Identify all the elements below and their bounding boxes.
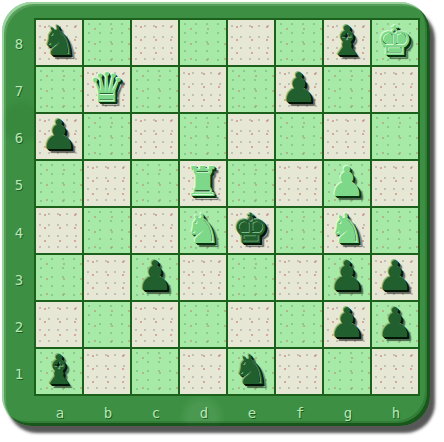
square-h2[interactable]: ♟	[372, 302, 418, 347]
square-e4[interactable]: ♚	[228, 208, 274, 253]
square-d8[interactable]	[180, 20, 226, 65]
square-f2[interactable]	[276, 302, 322, 347]
square-b2[interactable]	[84, 302, 130, 347]
square-g2[interactable]: ♟	[324, 302, 370, 347]
square-e7[interactable]	[228, 67, 274, 112]
square-a7[interactable]	[36, 67, 82, 112]
square-f1[interactable]	[276, 349, 322, 394]
square-h6[interactable]	[372, 114, 418, 159]
rank-label-5: 5	[6, 162, 32, 209]
square-g7[interactable]	[324, 67, 370, 112]
rank-label-8: 8	[6, 20, 32, 67]
black-pawn-icon: ♟	[137, 256, 174, 297]
square-h8[interactable]: ♚	[372, 20, 418, 65]
square-a6[interactable]: ♟	[36, 114, 82, 159]
black-pawn-icon: ♟	[329, 256, 366, 297]
square-e1[interactable]: ♞	[228, 349, 274, 394]
square-b4[interactable]	[84, 208, 130, 253]
square-f7[interactable]: ♟	[276, 67, 322, 112]
rank-label-2: 2	[6, 304, 32, 351]
square-f3[interactable]	[276, 255, 322, 300]
rank-label-6: 6	[6, 115, 32, 162]
black-bishop-icon: ♝	[41, 350, 78, 391]
square-h4[interactable]	[372, 208, 418, 253]
rank-label-4: 4	[6, 209, 32, 256]
square-c8[interactable]	[132, 20, 178, 65]
square-c5[interactable]	[132, 161, 178, 206]
square-b1[interactable]	[84, 349, 130, 394]
white-knight-icon: ♞	[185, 209, 222, 250]
black-pawn-icon: ♟	[281, 68, 318, 109]
white-queen-icon: ♛	[89, 68, 126, 109]
chess-board: ♞♝♚♛♟♟♜♟♞♚♞♟♟♟♟♟♝♞	[34, 18, 420, 396]
square-g6[interactable]	[324, 114, 370, 159]
square-f8[interactable]	[276, 20, 322, 65]
square-c6[interactable]	[132, 114, 178, 159]
file-label-h: h	[372, 401, 420, 425]
square-b8[interactable]	[84, 20, 130, 65]
square-a2[interactable]	[36, 302, 82, 347]
square-e2[interactable]	[228, 302, 274, 347]
black-pawn-icon: ♟	[377, 303, 414, 344]
square-a3[interactable]	[36, 255, 82, 300]
square-c3[interactable]: ♟	[132, 255, 178, 300]
square-d1[interactable]	[180, 349, 226, 394]
rank-label-1: 1	[6, 351, 32, 398]
file-label-g: g	[324, 401, 372, 425]
file-label-b: b	[84, 401, 132, 425]
square-h3[interactable]: ♟	[372, 255, 418, 300]
square-e8[interactable]	[228, 20, 274, 65]
rank-label-7: 7	[6, 67, 32, 114]
black-king-icon: ♚	[233, 209, 270, 250]
square-b7[interactable]: ♛	[84, 67, 130, 112]
square-c2[interactable]	[132, 302, 178, 347]
square-g8[interactable]: ♝	[324, 20, 370, 65]
file-label-c: c	[132, 401, 180, 425]
rank-label-3: 3	[6, 256, 32, 303]
square-g4[interactable]: ♞	[324, 208, 370, 253]
square-h5[interactable]	[372, 161, 418, 206]
square-f4[interactable]	[276, 208, 322, 253]
square-b3[interactable]	[84, 255, 130, 300]
file-labels: abcdefgh	[36, 401, 420, 425]
black-pawn-icon: ♟	[329, 303, 366, 344]
square-c4[interactable]	[132, 208, 178, 253]
white-pawn-icon: ♟	[329, 162, 366, 203]
square-a4[interactable]	[36, 208, 82, 253]
white-rook-icon: ♜	[185, 162, 222, 203]
rank-labels: 87654321	[6, 20, 32, 398]
square-d6[interactable]	[180, 114, 226, 159]
square-d7[interactable]	[180, 67, 226, 112]
square-e5[interactable]	[228, 161, 274, 206]
file-label-a: a	[36, 401, 84, 425]
square-a1[interactable]: ♝	[36, 349, 82, 394]
file-label-f: f	[276, 401, 324, 425]
white-king-icon: ♚	[377, 21, 414, 62]
black-knight-icon: ♞	[233, 350, 270, 391]
file-label-e: e	[228, 401, 276, 425]
square-b6[interactable]	[84, 114, 130, 159]
black-pawn-icon: ♟	[377, 256, 414, 297]
square-f5[interactable]	[276, 161, 322, 206]
square-h1[interactable]	[372, 349, 418, 394]
square-a8[interactable]: ♞	[36, 20, 82, 65]
white-knight-icon: ♞	[329, 209, 366, 250]
square-d4[interactable]: ♞	[180, 208, 226, 253]
square-c7[interactable]	[132, 67, 178, 112]
square-f6[interactable]	[276, 114, 322, 159]
square-g3[interactable]: ♟	[324, 255, 370, 300]
square-b5[interactable]	[84, 161, 130, 206]
file-label-d: d	[180, 401, 228, 425]
square-c1[interactable]	[132, 349, 178, 394]
black-knight-icon: ♞	[41, 21, 78, 62]
square-d3[interactable]	[180, 255, 226, 300]
square-e3[interactable]	[228, 255, 274, 300]
black-pawn-icon: ♟	[41, 115, 78, 156]
square-g1[interactable]	[324, 349, 370, 394]
square-e6[interactable]	[228, 114, 274, 159]
square-d2[interactable]	[180, 302, 226, 347]
square-a5[interactable]	[36, 161, 82, 206]
square-d5[interactable]: ♜	[180, 161, 226, 206]
black-bishop-icon: ♝	[329, 21, 366, 62]
square-g5[interactable]: ♟	[324, 161, 370, 206]
square-h7[interactable]	[372, 67, 418, 112]
